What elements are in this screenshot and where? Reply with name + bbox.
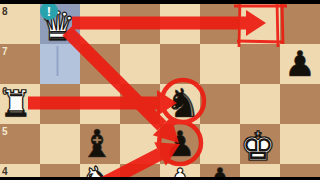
square-c8[interactable] [80, 4, 120, 44]
square-c6[interactable] [80, 84, 120, 124]
square-b7[interactable] [40, 44, 80, 84]
square-f7[interactable] [200, 44, 240, 84]
chess-board[interactable]: 87654 ♛♟♜♞♝♟♚♞♟♟ ! [0, 0, 320, 180]
square-c7[interactable] [80, 44, 120, 84]
rank-label-4: 4 [2, 166, 8, 177]
letterbox-top [0, 0, 320, 4]
rank-label-5: 5 [2, 126, 8, 137]
piece-white-rook-a6[interactable]: ♜ [0, 84, 36, 124]
piece-black-pawn-e5[interactable]: ♟ [160, 124, 200, 164]
square-d7[interactable] [120, 44, 160, 84]
square-d5[interactable] [120, 124, 160, 164]
square-f8[interactable] [200, 4, 240, 44]
piece-black-pawn-h7[interactable]: ♟ [280, 44, 320, 84]
rank-label-8: 8 [2, 6, 8, 17]
square-b6[interactable] [40, 84, 80, 124]
square-d8[interactable] [120, 4, 160, 44]
square-g6[interactable] [240, 84, 280, 124]
square-h6[interactable] [280, 84, 320, 124]
square-h5[interactable] [280, 124, 320, 164]
square-g7[interactable] [240, 44, 280, 84]
square-e7[interactable] [160, 44, 200, 84]
square-e8[interactable] [160, 4, 200, 44]
square-h8[interactable] [280, 4, 320, 44]
piece-black-knight-e6[interactable]: ♞ [163, 83, 203, 123]
square-f6[interactable] [200, 84, 240, 124]
square-d6[interactable] [120, 84, 160, 124]
piece-white-king-g5[interactable]: ♚ [238, 126, 278, 166]
rank-label-7: 7 [2, 46, 8, 57]
piece-white-queen-b8[interactable]: ♛ [38, 6, 78, 46]
letterbox-bottom [0, 177, 320, 180]
square-g8[interactable] [240, 4, 280, 44]
square-b5[interactable] [40, 124, 80, 164]
square-f5[interactable] [200, 124, 240, 164]
